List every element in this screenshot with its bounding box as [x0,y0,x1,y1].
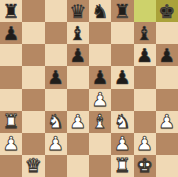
piece-white-pawn[interactable]: ♟ [114,134,131,153]
square-g1[interactable]: ♚ [134,155,156,177]
square-h4[interactable] [156,89,178,111]
square-a3[interactable]: ♜ [0,111,22,133]
square-c7[interactable] [45,22,67,44]
square-c5[interactable]: ♟ [45,66,67,88]
square-d4[interactable] [67,89,89,111]
square-a5[interactable] [0,66,22,88]
piece-white-king[interactable]: ♚ [136,156,153,175]
square-d2[interactable] [67,133,89,155]
square-h7[interactable] [156,22,178,44]
square-e4[interactable]: ♟ [89,89,111,111]
piece-white-pawn[interactable]: ♟ [92,90,109,109]
square-b7[interactable] [22,22,44,44]
square-c3[interactable]: ♞ [45,111,67,133]
square-e5[interactable]: ♟ [89,66,111,88]
piece-white-pawn[interactable]: ♟ [136,134,153,153]
square-g6[interactable]: ♟ [134,44,156,66]
square-d1[interactable] [67,155,89,177]
square-e3[interactable]: ♝ [89,111,111,133]
square-a8[interactable]: ♜ [0,0,22,22]
piece-black-pawn[interactable]: ♟ [69,45,86,64]
square-b8[interactable] [22,0,44,22]
piece-white-knight[interactable]: ♞ [114,112,131,131]
square-c1[interactable] [45,155,67,177]
square-b3[interactable] [22,111,44,133]
square-g3[interactable] [134,111,156,133]
piece-white-pawn[interactable]: ♟ [69,112,86,131]
square-e6[interactable] [89,44,111,66]
piece-black-pawn[interactable]: ♟ [47,67,64,86]
square-g4[interactable] [134,89,156,111]
piece-white-pawn[interactable]: ♟ [47,134,64,153]
piece-white-pawn[interactable]: ♟ [3,134,20,153]
piece-black-pawn[interactable]: ♟ [114,67,131,86]
square-f3[interactable]: ♞ [111,111,133,133]
square-d7[interactable]: ♝ [67,22,89,44]
square-a2[interactable]: ♟ [0,133,22,155]
square-f7[interactable] [111,22,133,44]
piece-black-pawn[interactable]: ♟ [92,67,109,86]
square-g5[interactable] [134,66,156,88]
square-e2[interactable] [89,133,111,155]
square-g7[interactable]: ♝ [134,22,156,44]
square-b1[interactable]: ♛ [22,155,44,177]
piece-black-rook[interactable]: ♜ [114,1,131,20]
square-h5[interactable] [156,66,178,88]
square-a7[interactable]: ♟ [0,22,22,44]
piece-black-bishop[interactable]: ♝ [69,23,86,42]
piece-white-knight[interactable]: ♞ [47,112,64,131]
square-b5[interactable] [22,66,44,88]
piece-black-queen[interactable]: ♛ [69,1,86,20]
square-g8[interactable] [134,0,156,22]
square-c4[interactable] [45,89,67,111]
square-f4[interactable] [111,89,133,111]
piece-white-queen[interactable]: ♛ [25,156,42,175]
square-d5[interactable] [67,66,89,88]
square-a4[interactable] [0,89,22,111]
chess-board: ♜♛♞♜♚♟♝♝♟♟♟♟♟♟♟♜♞♟♝♞♟♟♟♟♟♛♜♚ [0,0,178,177]
square-h1[interactable] [156,155,178,177]
square-h8[interactable]: ♚ [156,0,178,22]
square-h3[interactable]: ♟ [156,111,178,133]
square-e7[interactable] [89,22,111,44]
piece-white-rook[interactable]: ♜ [114,156,131,175]
square-f1[interactable]: ♜ [111,155,133,177]
piece-black-knight[interactable]: ♞ [92,1,109,20]
square-h6[interactable]: ♟ [156,44,178,66]
square-d3[interactable]: ♟ [67,111,89,133]
square-e1[interactable] [89,155,111,177]
square-f5[interactable]: ♟ [111,66,133,88]
square-a1[interactable] [0,155,22,177]
square-h2[interactable] [156,133,178,155]
square-g2[interactable]: ♟ [134,133,156,155]
square-c8[interactable] [45,0,67,22]
piece-black-bishop[interactable]: ♝ [136,23,153,42]
square-a6[interactable] [0,44,22,66]
square-b6[interactable] [22,44,44,66]
piece-black-pawn[interactable]: ♟ [3,23,20,42]
piece-black-pawn[interactable]: ♟ [158,45,175,64]
piece-white-pawn[interactable]: ♟ [158,112,175,131]
square-f2[interactable]: ♟ [111,133,133,155]
square-d6[interactable]: ♟ [67,44,89,66]
square-f6[interactable] [111,44,133,66]
square-f8[interactable]: ♜ [111,0,133,22]
square-d8[interactable]: ♛ [67,0,89,22]
piece-black-pawn[interactable]: ♟ [136,45,153,64]
piece-black-king[interactable]: ♚ [158,1,175,20]
square-b2[interactable] [22,133,44,155]
square-c2[interactable]: ♟ [45,133,67,155]
square-c6[interactable] [45,44,67,66]
piece-black-rook[interactable]: ♜ [3,1,20,20]
piece-white-rook[interactable]: ♜ [3,112,20,131]
square-b4[interactable] [22,89,44,111]
square-e8[interactable]: ♞ [89,0,111,22]
piece-white-bishop[interactable]: ♝ [92,112,109,131]
